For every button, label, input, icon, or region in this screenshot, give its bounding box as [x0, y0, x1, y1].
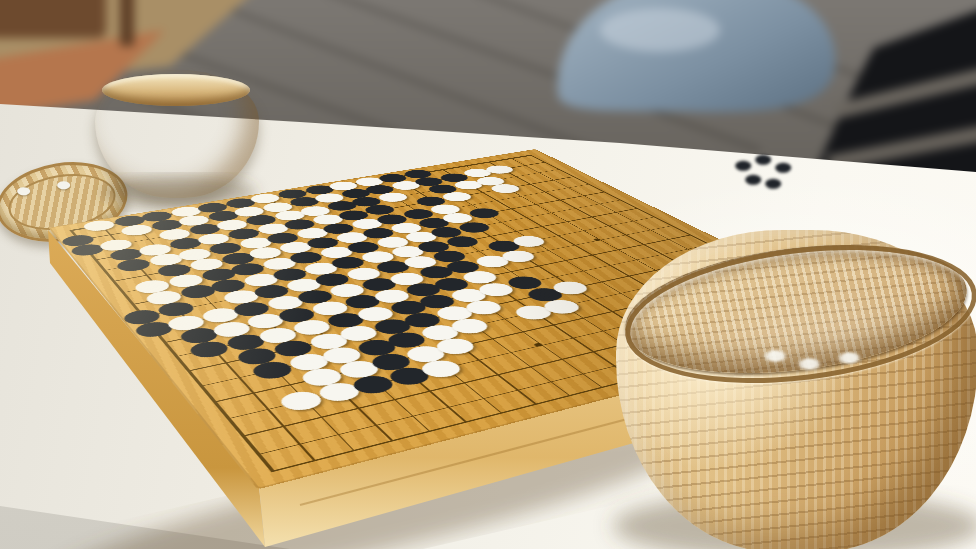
go-game-photo: ● ● ● ● ● ● ● ●●●●●●●● [0, 0, 976, 549]
bench-leg [120, 0, 134, 46]
small-go-bowl-rim [102, 74, 250, 106]
white-stone: ● [482, 181, 527, 196]
black-stone: ● [734, 158, 752, 171]
white-stone: ● [16, 185, 31, 196]
black-stone: ● [744, 172, 762, 185]
black-stone: ● [774, 160, 792, 173]
boulder-highlight [600, 8, 720, 52]
captured-black-stones: ● ● ● ● ● [726, 142, 816, 198]
bench [0, 0, 106, 38]
white-stone: ● [56, 179, 71, 190]
black-stone: ● [754, 152, 772, 165]
black-stone: ● [764, 176, 782, 189]
big-go-bowl: ● ● ● [616, 230, 976, 549]
